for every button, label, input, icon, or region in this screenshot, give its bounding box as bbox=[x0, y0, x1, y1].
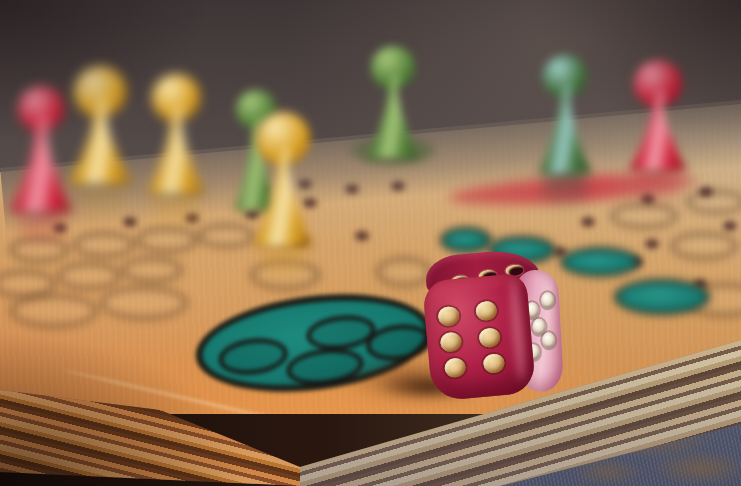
die-pip-right bbox=[532, 319, 546, 336]
pawn-red-2[interactable] bbox=[626, 60, 690, 170]
pawn-yellow-3[interactable] bbox=[250, 112, 316, 246]
pawn-body bbox=[144, 104, 208, 194]
pawn-yellow-2[interactable] bbox=[144, 74, 208, 194]
pawn-body bbox=[536, 83, 594, 174]
red-die[interactable] bbox=[418, 244, 564, 403]
pawn-green-2[interactable] bbox=[364, 46, 422, 158]
die-pip-front bbox=[439, 331, 462, 352]
pawn-yellow-1[interactable] bbox=[64, 66, 136, 184]
pawn-body bbox=[626, 90, 690, 170]
die-pip-right bbox=[540, 292, 554, 309]
pawn-green-3[interactable] bbox=[536, 55, 594, 173]
die-pip-front bbox=[482, 353, 505, 374]
die-pip-front bbox=[437, 305, 460, 326]
pawn-body bbox=[64, 99, 136, 185]
die-pip-right bbox=[541, 332, 555, 349]
pawn-body bbox=[364, 74, 422, 159]
die-pip-front bbox=[475, 300, 498, 321]
pawn-body bbox=[250, 146, 316, 246]
pawn-layer bbox=[0, 0, 741, 486]
die-pip-front bbox=[443, 357, 466, 378]
boardgame-photo bbox=[0, 0, 741, 486]
die-pip-front bbox=[478, 327, 501, 348]
